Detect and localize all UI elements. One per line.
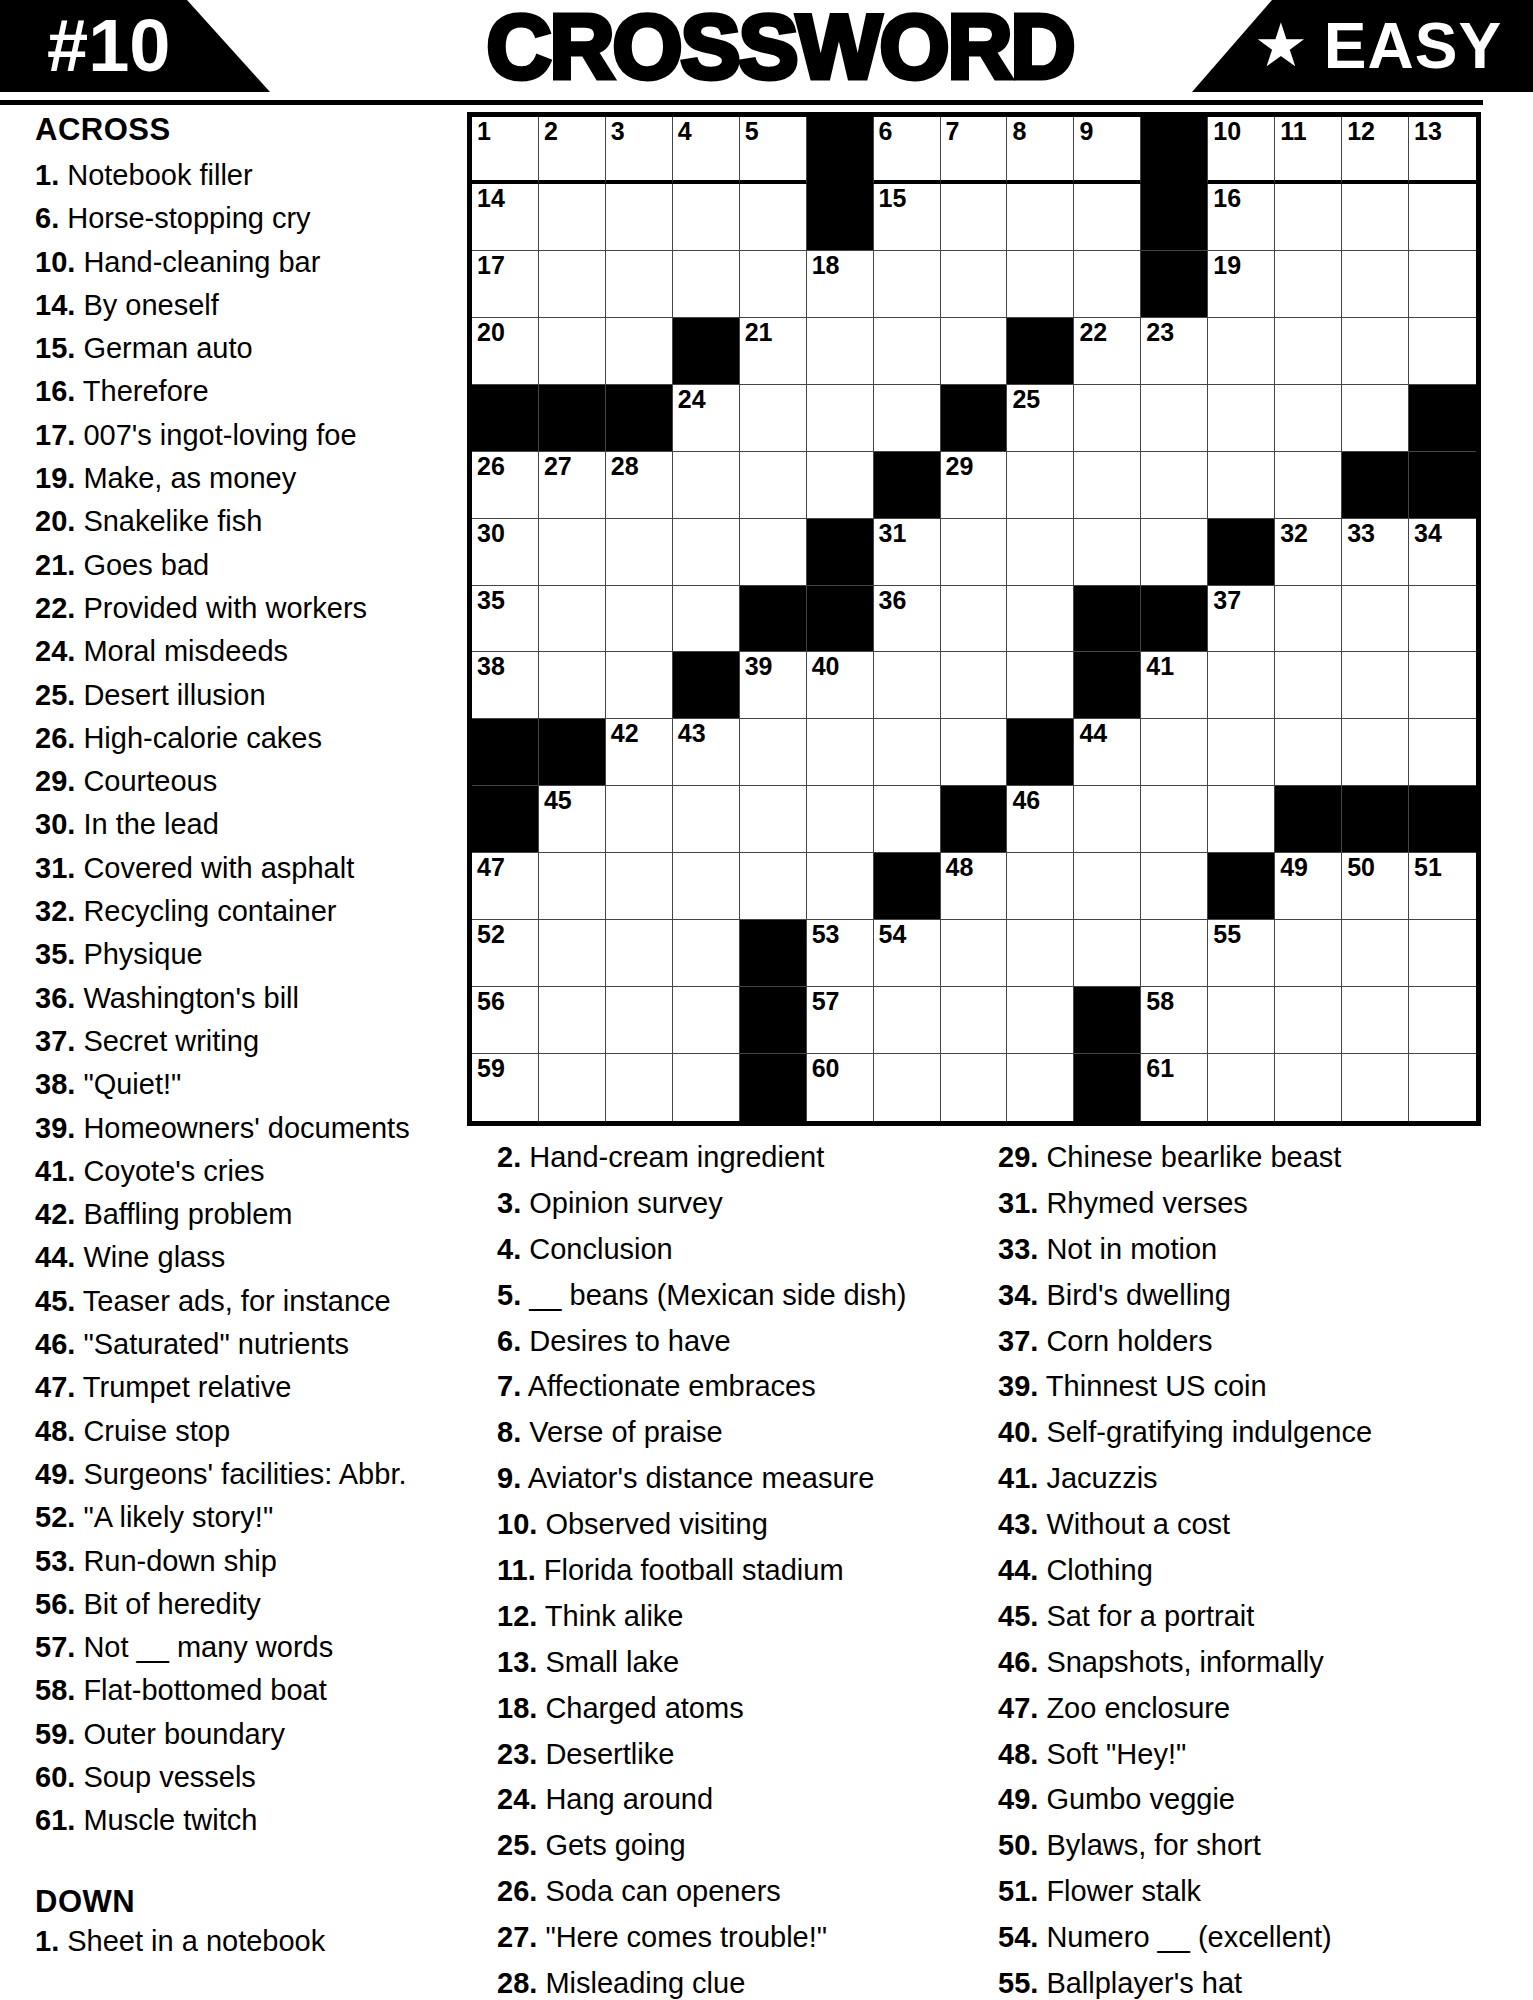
grid-cell-r4c12[interactable] — [1208, 318, 1275, 385]
grid-cell-r12c10[interactable] — [1074, 853, 1141, 920]
grid-cell-r7c3[interactable] — [606, 519, 673, 586]
cell-number-51: 51 — [1414, 855, 1442, 880]
grid-cell-r11c9[interactable]: 46 — [1007, 786, 1074, 853]
grid-cell-r12c3[interactable] — [606, 853, 673, 920]
grid-cell-r9c14[interactable] — [1342, 652, 1409, 719]
grid-cell-r2c10[interactable] — [1074, 184, 1141, 251]
grid-cell-r10c14[interactable] — [1342, 719, 1409, 786]
grid-cell-r3c4[interactable] — [673, 251, 740, 318]
cell-number-26: 26 — [477, 454, 505, 479]
grid-cell-r12c2[interactable] — [539, 853, 606, 920]
black-cell-r7c12 — [1208, 519, 1275, 586]
clue-number: 52. — [35, 1501, 75, 1533]
grid-cell-r15c8[interactable] — [941, 1054, 1008, 1121]
grid-cell-r11c5[interactable] — [740, 786, 807, 853]
difficulty-banner: ★ EASY — [1192, 0, 1533, 92]
grid-cell-r12c8[interactable]: 48 — [941, 853, 1008, 920]
grid-cell-r15c9[interactable] — [1007, 1054, 1074, 1121]
grid-cell-r8c2[interactable] — [539, 586, 606, 653]
cell-number-8: 8 — [1012, 119, 1026, 144]
grid-cell-r14c4[interactable] — [673, 987, 740, 1054]
grid-cell-r2c8[interactable] — [941, 184, 1008, 251]
grid-cell-r3c7[interactable] — [874, 251, 941, 318]
grid-cell-r10c4[interactable]: 43 — [673, 719, 740, 786]
grid-cell-r13c14[interactable] — [1342, 920, 1409, 987]
grid-cell-r4c8[interactable] — [941, 318, 1008, 385]
grid-cell-r11c6[interactable] — [807, 786, 874, 853]
black-cell-r8c5 — [740, 586, 807, 653]
grid-cell-r14c12[interactable] — [1208, 987, 1275, 1054]
grid-cell-r12c11[interactable] — [1141, 853, 1208, 920]
grid-cell-r10c3[interactable]: 42 — [606, 719, 673, 786]
grid-cell-r14c9[interactable] — [1007, 987, 1074, 1054]
grid-cell-r9c11[interactable]: 41 — [1141, 652, 1208, 719]
grid-cell-r10c10[interactable]: 44 — [1074, 719, 1141, 786]
cell-number-28: 28 — [611, 454, 639, 479]
black-cell-r2c6 — [807, 184, 874, 251]
grid-cell-r15c13[interactable] — [1275, 1054, 1342, 1121]
grid-cell-r12c15[interactable]: 51 — [1409, 853, 1476, 920]
clue-across-31: 31. Covered with asphalt — [35, 847, 465, 890]
grid-cell-r2c14[interactable] — [1342, 184, 1409, 251]
clue-number: 32. — [35, 895, 75, 927]
clue-number: 18. — [497, 1692, 537, 1724]
grid-cell-r10c8[interactable] — [941, 719, 1008, 786]
grid-cell-r12c1[interactable]: 47 — [472, 853, 539, 920]
grid-cell-r12c6[interactable] — [807, 853, 874, 920]
clue-across-29: 29. Courteous — [35, 760, 465, 803]
clue-down-18: 18. Charged atoms — [497, 1686, 977, 1732]
grid-cell-r9c15[interactable] — [1409, 652, 1476, 719]
grid-cell-r11c7[interactable] — [874, 786, 941, 853]
clue-number: 61. — [35, 1804, 75, 1836]
cell-number-41: 41 — [1146, 654, 1174, 679]
clue-number: 20. — [35, 505, 75, 537]
grid-cell-r1c15[interactable]: 13 — [1409, 117, 1476, 184]
clue-number: 14. — [35, 289, 75, 321]
grid-cell-r2c2[interactable] — [539, 184, 606, 251]
grid-cell-r10c11[interactable] — [1141, 719, 1208, 786]
cell-number-33: 33 — [1347, 521, 1375, 546]
grid-cell-r14c14[interactable] — [1342, 987, 1409, 1054]
grid-cell-r1c2[interactable]: 2 — [539, 117, 606, 184]
grid-cell-r4c15[interactable] — [1409, 318, 1476, 385]
grid-cell-r9c13[interactable] — [1275, 652, 1342, 719]
cell-number-17: 17 — [477, 253, 505, 278]
grid-cell-r5c13[interactable] — [1275, 385, 1342, 452]
cell-number-48: 48 — [946, 855, 974, 880]
grid-cell-r4c13[interactable] — [1275, 318, 1342, 385]
clue-down-28: 28. Misleading clue — [497, 1961, 977, 2000]
grid-cell-r4c3[interactable] — [606, 318, 673, 385]
clue-number: 3. — [497, 1187, 521, 1219]
grid-cell-r6c4[interactable] — [673, 452, 740, 519]
clue-across-53: 53. Run-down ship — [35, 1540, 465, 1583]
clue-number: 6. — [497, 1325, 521, 1357]
clue-across-15: 15. German auto — [35, 327, 465, 370]
grid-cell-r7c11[interactable] — [1141, 519, 1208, 586]
grid-cell-r15c12[interactable] — [1208, 1054, 1275, 1121]
grid-cell-r12c9[interactable] — [1007, 853, 1074, 920]
clue-down-9: 9. Aviator's distance measure — [497, 1456, 977, 1502]
grid-cell-r6c11[interactable] — [1141, 452, 1208, 519]
grid-cell-r9c6[interactable]: 40 — [807, 652, 874, 719]
grid-cell-r15c2[interactable] — [539, 1054, 606, 1121]
grid-cell-r2c12[interactable]: 16 — [1208, 184, 1275, 251]
grid-cell-r15c7[interactable] — [874, 1054, 941, 1121]
grid-cell-r9c8[interactable] — [941, 652, 1008, 719]
grid-cell-r1c7[interactable]: 6 — [874, 117, 941, 184]
grid-cell-r15c14[interactable] — [1342, 1054, 1409, 1121]
grid-cell-r5c4[interactable]: 24 — [673, 385, 740, 452]
grid-cell-r8c4[interactable] — [673, 586, 740, 653]
grid-cell-r8c14[interactable] — [1342, 586, 1409, 653]
grid-cell-r2c15[interactable] — [1409, 184, 1476, 251]
grid-cell-r8c7[interactable]: 36 — [874, 586, 941, 653]
grid-cell-r5c10[interactable] — [1074, 385, 1141, 452]
clue-number: 42. — [35, 1198, 75, 1230]
clue-number: 8. — [497, 1416, 521, 1448]
grid-cell-r13c13[interactable] — [1275, 920, 1342, 987]
grid-cell-r11c3[interactable] — [606, 786, 673, 853]
clue-down-50: 50. Bylaws, for short — [998, 1823, 1518, 1869]
grid-cell-r14c6[interactable]: 57 — [807, 987, 874, 1054]
cell-number-34: 34 — [1414, 521, 1442, 546]
grid-cell-r6c6[interactable] — [807, 452, 874, 519]
grid-cell-r14c1[interactable]: 56 — [472, 987, 539, 1054]
clue-number: 49. — [998, 1783, 1038, 1815]
grid-cell-r15c1[interactable]: 59 — [472, 1054, 539, 1121]
clue-number: 28. — [497, 1967, 537, 1999]
black-cell-r5c2 — [539, 385, 606, 452]
grid-cell-r6c9[interactable] — [1007, 452, 1074, 519]
cell-number-32: 32 — [1280, 521, 1308, 546]
grid-cell-r8c9[interactable] — [1007, 586, 1074, 653]
clue-number: 26. — [35, 722, 75, 754]
clue-number: 25. — [35, 679, 75, 711]
clue-number: 19. — [35, 462, 75, 494]
clue-across-48: 48. Cruise stop — [35, 1410, 465, 1453]
clue-number: 37. — [998, 1325, 1038, 1357]
grid-cell-r1c12[interactable]: 10 — [1208, 117, 1275, 184]
black-cell-r11c14 — [1342, 786, 1409, 853]
clue-across-58: 58. Flat-bottomed boat — [35, 1669, 465, 1712]
grid-cell-r5c9[interactable]: 25 — [1007, 385, 1074, 452]
clue-number: 15. — [35, 332, 75, 364]
grid-cell-r4c1[interactable]: 20 — [472, 318, 539, 385]
clue-number: 40. — [998, 1416, 1038, 1448]
grid-cell-r13c6[interactable]: 53 — [807, 920, 874, 987]
grid-cell-r4c11[interactable]: 23 — [1141, 318, 1208, 385]
grid-cell-r1c9[interactable]: 8 — [1007, 117, 1074, 184]
clue-down-3: 3. Opinion survey — [497, 1181, 977, 1227]
clue-across-14: 14. By oneself — [35, 284, 465, 327]
clue-down-23: 23. Desertlike — [497, 1732, 977, 1778]
grid-cell-r15c15[interactable] — [1409, 1054, 1476, 1121]
clue-number: 29. — [998, 1141, 1038, 1173]
clue-number: 5. — [497, 1279, 521, 1311]
grid-cell-r1c13[interactable]: 11 — [1275, 117, 1342, 184]
grid-cell-r5c11[interactable] — [1141, 385, 1208, 452]
grid-cell-r13c15[interactable] — [1409, 920, 1476, 987]
grid-cell-r11c2[interactable]: 45 — [539, 786, 606, 853]
grid-cell-r9c12[interactable] — [1208, 652, 1275, 719]
cell-number-43: 43 — [678, 721, 706, 746]
cell-number-24: 24 — [678, 387, 706, 412]
down-clues-column-middle: 2. Hand-cream ingredient3. Opinion surve… — [497, 1135, 977, 2000]
clue-number: 50. — [998, 1829, 1038, 1861]
grid-cell-r9c7[interactable] — [874, 652, 941, 719]
grid-cell-r13c11[interactable] — [1141, 920, 1208, 987]
cell-number-52: 52 — [477, 922, 505, 947]
grid-cell-r3c2[interactable] — [539, 251, 606, 318]
grid-cell-r15c11[interactable]: 61 — [1141, 1054, 1208, 1121]
grid-cell-r2c13[interactable] — [1275, 184, 1342, 251]
clue-down-5: 5. __ beans (Mexican side dish) — [497, 1273, 977, 1319]
clue-across-35: 35. Physique — [35, 933, 465, 976]
grid-cell-r8c3[interactable] — [606, 586, 673, 653]
grid-cell-r12c5[interactable] — [740, 853, 807, 920]
grid-cell-r12c13[interactable]: 49 — [1275, 853, 1342, 920]
grid-cell-r7c4[interactable] — [673, 519, 740, 586]
grid-cell-r8c8[interactable] — [941, 586, 1008, 653]
clue-across-46: 46. "Saturated" nutrients — [35, 1323, 465, 1366]
grid-cell-r2c5[interactable] — [740, 184, 807, 251]
grid-cell-r2c9[interactable] — [1007, 184, 1074, 251]
grid-cell-r12c4[interactable] — [673, 853, 740, 920]
grid-cell-r1c3[interactable]: 3 — [606, 117, 673, 184]
grid-cell-r15c4[interactable] — [673, 1054, 740, 1121]
grid-cell-r14c3[interactable] — [606, 987, 673, 1054]
clue-across-24: 24. Moral misdeeds — [35, 630, 465, 673]
grid-cell-r13c12[interactable]: 55 — [1208, 920, 1275, 987]
grid-cell-r14c2[interactable] — [539, 987, 606, 1054]
puzzle-number-banner: #10 — [0, 0, 270, 92]
grid-cell-r11c4[interactable] — [673, 786, 740, 853]
grid-cell-r15c6[interactable]: 60 — [807, 1054, 874, 1121]
grid-cell-r6c12[interactable] — [1208, 452, 1275, 519]
cell-number-23: 23 — [1146, 320, 1174, 345]
clue-number: 38. — [35, 1068, 75, 1100]
grid-cell-r10c15[interactable] — [1409, 719, 1476, 786]
grid-cell-r2c7[interactable]: 15 — [874, 184, 941, 251]
grid-cell-r11c12[interactable] — [1208, 786, 1275, 853]
black-cell-r6c15 — [1409, 452, 1476, 519]
cell-number-9: 9 — [1079, 119, 1093, 144]
grid-cell-r8c12[interactable]: 37 — [1208, 586, 1275, 653]
clue-number: 24. — [35, 635, 75, 667]
cell-number-2: 2 — [544, 119, 558, 144]
grid-cell-r7c2[interactable] — [539, 519, 606, 586]
grid-cell-r7c5[interactable] — [740, 519, 807, 586]
clue-number: 47. — [998, 1692, 1038, 1724]
grid-cell-r6c1[interactable]: 26 — [472, 452, 539, 519]
clue-number: 27. — [497, 1921, 537, 1953]
cell-number-11: 11 — [1280, 119, 1306, 144]
grid-cell-r9c5[interactable]: 39 — [740, 652, 807, 719]
black-cell-r14c5 — [740, 987, 807, 1054]
grid-cell-r13c7[interactable]: 54 — [874, 920, 941, 987]
black-cell-r5c8 — [941, 385, 1008, 452]
grid-cell-r14c13[interactable] — [1275, 987, 1342, 1054]
grid-cell-r2c1[interactable]: 14 — [472, 184, 539, 251]
grid-cell-r2c4[interactable] — [673, 184, 740, 251]
black-cell-r15c10 — [1074, 1054, 1141, 1121]
black-cell-r3c11 — [1141, 251, 1208, 318]
grid-cell-r4c10[interactable]: 22 — [1074, 318, 1141, 385]
cell-number-16: 16 — [1213, 186, 1241, 211]
clue-number: 41. — [998, 1462, 1038, 1494]
grid-cell-r9c3[interactable] — [606, 652, 673, 719]
grid-cell-r8c13[interactable] — [1275, 586, 1342, 653]
grid-cell-r13c10[interactable] — [1074, 920, 1141, 987]
grid-cell-r13c4[interactable] — [673, 920, 740, 987]
cell-number-37: 37 — [1213, 588, 1241, 613]
grid-cell-r5c5[interactable] — [740, 385, 807, 452]
cell-number-44: 44 — [1079, 721, 1107, 746]
cell-number-35: 35 — [477, 588, 505, 613]
grid-cell-r7c9[interactable] — [1007, 519, 1074, 586]
cell-number-27: 27 — [544, 454, 572, 479]
grid-cell-r12c14[interactable]: 50 — [1342, 853, 1409, 920]
grid-cell-r2c3[interactable] — [606, 184, 673, 251]
clue-number: 24. — [497, 1783, 537, 1815]
clue-number: 10. — [497, 1508, 537, 1540]
grid-cell-r3c9[interactable] — [1007, 251, 1074, 318]
grid-cell-r11c11[interactable] — [1141, 786, 1208, 853]
clue-across-26: 26. High-calorie cakes — [35, 717, 465, 760]
grid-cell-r1c10[interactable]: 9 — [1074, 117, 1141, 184]
grid-cell-r10c7[interactable] — [874, 719, 941, 786]
grid-cell-r4c14[interactable] — [1342, 318, 1409, 385]
black-cell-r8c10 — [1074, 586, 1141, 653]
grid-cell-r7c8[interactable] — [941, 519, 1008, 586]
cell-number-25: 25 — [1012, 387, 1040, 412]
clue-number: 25. — [497, 1829, 537, 1861]
clue-down-25: 25. Gets going — [497, 1823, 977, 1869]
grid-cell-r14c15[interactable] — [1409, 987, 1476, 1054]
grid-cell-r8c15[interactable] — [1409, 586, 1476, 653]
grid-cell-r6c13[interactable] — [1275, 452, 1342, 519]
grid-cell-r9c9[interactable] — [1007, 652, 1074, 719]
grid-cell-r10c13[interactable] — [1275, 719, 1342, 786]
cell-number-14: 14 — [477, 186, 505, 211]
clue-down-34: 34. Bird's dwelling — [998, 1273, 1518, 1319]
grid-cell-r7c7[interactable]: 31 — [874, 519, 941, 586]
grid-cell-r13c3[interactable] — [606, 920, 673, 987]
grid-cell-r6c2[interactable]: 27 — [539, 452, 606, 519]
grid-cell-r13c2[interactable] — [539, 920, 606, 987]
cell-number-7: 7 — [946, 119, 960, 144]
clue-number: 37. — [35, 1025, 75, 1057]
grid-cell-r1c8[interactable]: 7 — [941, 117, 1008, 184]
grid-cell-r6c10[interactable] — [1074, 452, 1141, 519]
grid-cell-r5c14[interactable] — [1342, 385, 1409, 452]
grid-cell-r3c13[interactable] — [1275, 251, 1342, 318]
cell-number-42: 42 — [611, 721, 639, 746]
grid-cell-r3c12[interactable]: 19 — [1208, 251, 1275, 318]
grid-cell-r10c6[interactable] — [807, 719, 874, 786]
clue-number: 48. — [998, 1738, 1038, 1770]
cell-number-53: 53 — [812, 922, 840, 947]
grid-cell-r13c8[interactable] — [941, 920, 1008, 987]
clue-down-7: 7. Affectionate embraces — [497, 1364, 977, 1410]
clue-number: 22. — [35, 592, 75, 624]
clue-number: 44. — [35, 1241, 75, 1273]
grid-cell-r14c11[interactable]: 58 — [1141, 987, 1208, 1054]
grid-cell-r6c8[interactable]: 29 — [941, 452, 1008, 519]
grid-cell-r1c1[interactable]: 1 — [472, 117, 539, 184]
grid-cell-r5c7[interactable] — [874, 385, 941, 452]
clue-across-32: 32. Recycling container — [35, 890, 465, 933]
clue-across-25: 25. Desert illusion — [35, 674, 465, 717]
grid-cell-r14c8[interactable] — [941, 987, 1008, 1054]
cell-number-21: 21 — [745, 320, 773, 345]
grid-cell-r3c6[interactable]: 18 — [807, 251, 874, 318]
grid-cell-r15c3[interactable] — [606, 1054, 673, 1121]
grid-cell-r1c5[interactable]: 5 — [740, 117, 807, 184]
grid-cell-r10c12[interactable] — [1208, 719, 1275, 786]
clue-down-55: 55. Ballplayer's hat — [998, 1961, 1518, 2000]
grid-cell-r13c1[interactable]: 52 — [472, 920, 539, 987]
grid-cell-r3c15[interactable] — [1409, 251, 1476, 318]
grid-cell-r4c2[interactable] — [539, 318, 606, 385]
grid-cell-r4c5[interactable]: 21 — [740, 318, 807, 385]
grid-cell-r1c14[interactable]: 12 — [1342, 117, 1409, 184]
black-cell-r15c5 — [740, 1054, 807, 1121]
grid-cell-r4c7[interactable] — [874, 318, 941, 385]
grid-cell-r6c5[interactable] — [740, 452, 807, 519]
grid-cell-r7c10[interactable] — [1074, 519, 1141, 586]
clue-number: 1. — [35, 159, 59, 191]
grid-cell-r3c1[interactable]: 17 — [472, 251, 539, 318]
grid-cell-r6c3[interactable]: 28 — [606, 452, 673, 519]
grid-cell-r14c7[interactable] — [874, 987, 941, 1054]
black-cell-r9c10 — [1074, 652, 1141, 719]
grid-cell-r3c10[interactable] — [1074, 251, 1141, 318]
grid-cell-r8c1[interactable]: 35 — [472, 586, 539, 653]
clue-number: 1. — [35, 1925, 59, 1957]
grid-cell-r9c1[interactable]: 38 — [472, 652, 539, 719]
black-cell-r11c15 — [1409, 786, 1476, 853]
grid-cell-r11c10[interactable] — [1074, 786, 1141, 853]
grid-cell-r7c14[interactable]: 33 — [1342, 519, 1409, 586]
grid-cell-r3c3[interactable] — [606, 251, 673, 318]
clue-number: 4. — [497, 1233, 521, 1265]
grid-cell-r5c6[interactable] — [807, 385, 874, 452]
black-cell-r6c14 — [1342, 452, 1409, 519]
grid-cell-r4c6[interactable] — [807, 318, 874, 385]
grid-cell-r3c8[interactable] — [941, 251, 1008, 318]
black-cell-r12c7 — [874, 853, 941, 920]
grid-cell-r13c9[interactable] — [1007, 920, 1074, 987]
grid-cell-r3c14[interactable] — [1342, 251, 1409, 318]
down-header: DOWN — [35, 1884, 465, 1920]
grid-cell-r7c15[interactable]: 34 — [1409, 519, 1476, 586]
grid-cell-r5c12[interactable] — [1208, 385, 1275, 452]
grid-cell-r3c5[interactable] — [740, 251, 807, 318]
cell-number-39: 39 — [745, 654, 773, 679]
clue-number: 41. — [35, 1155, 75, 1187]
grid-cell-r10c5[interactable] — [740, 719, 807, 786]
grid-cell-r7c1[interactable]: 30 — [472, 519, 539, 586]
clue-down-37: 37. Corn holders — [998, 1319, 1518, 1365]
grid-cell-r1c4[interactable]: 4 — [673, 117, 740, 184]
cell-number-20: 20 — [477, 320, 505, 345]
grid-cell-r9c2[interactable] — [539, 652, 606, 719]
grid-cell-r7c13[interactable]: 32 — [1275, 519, 1342, 586]
header-divider — [0, 100, 1483, 105]
